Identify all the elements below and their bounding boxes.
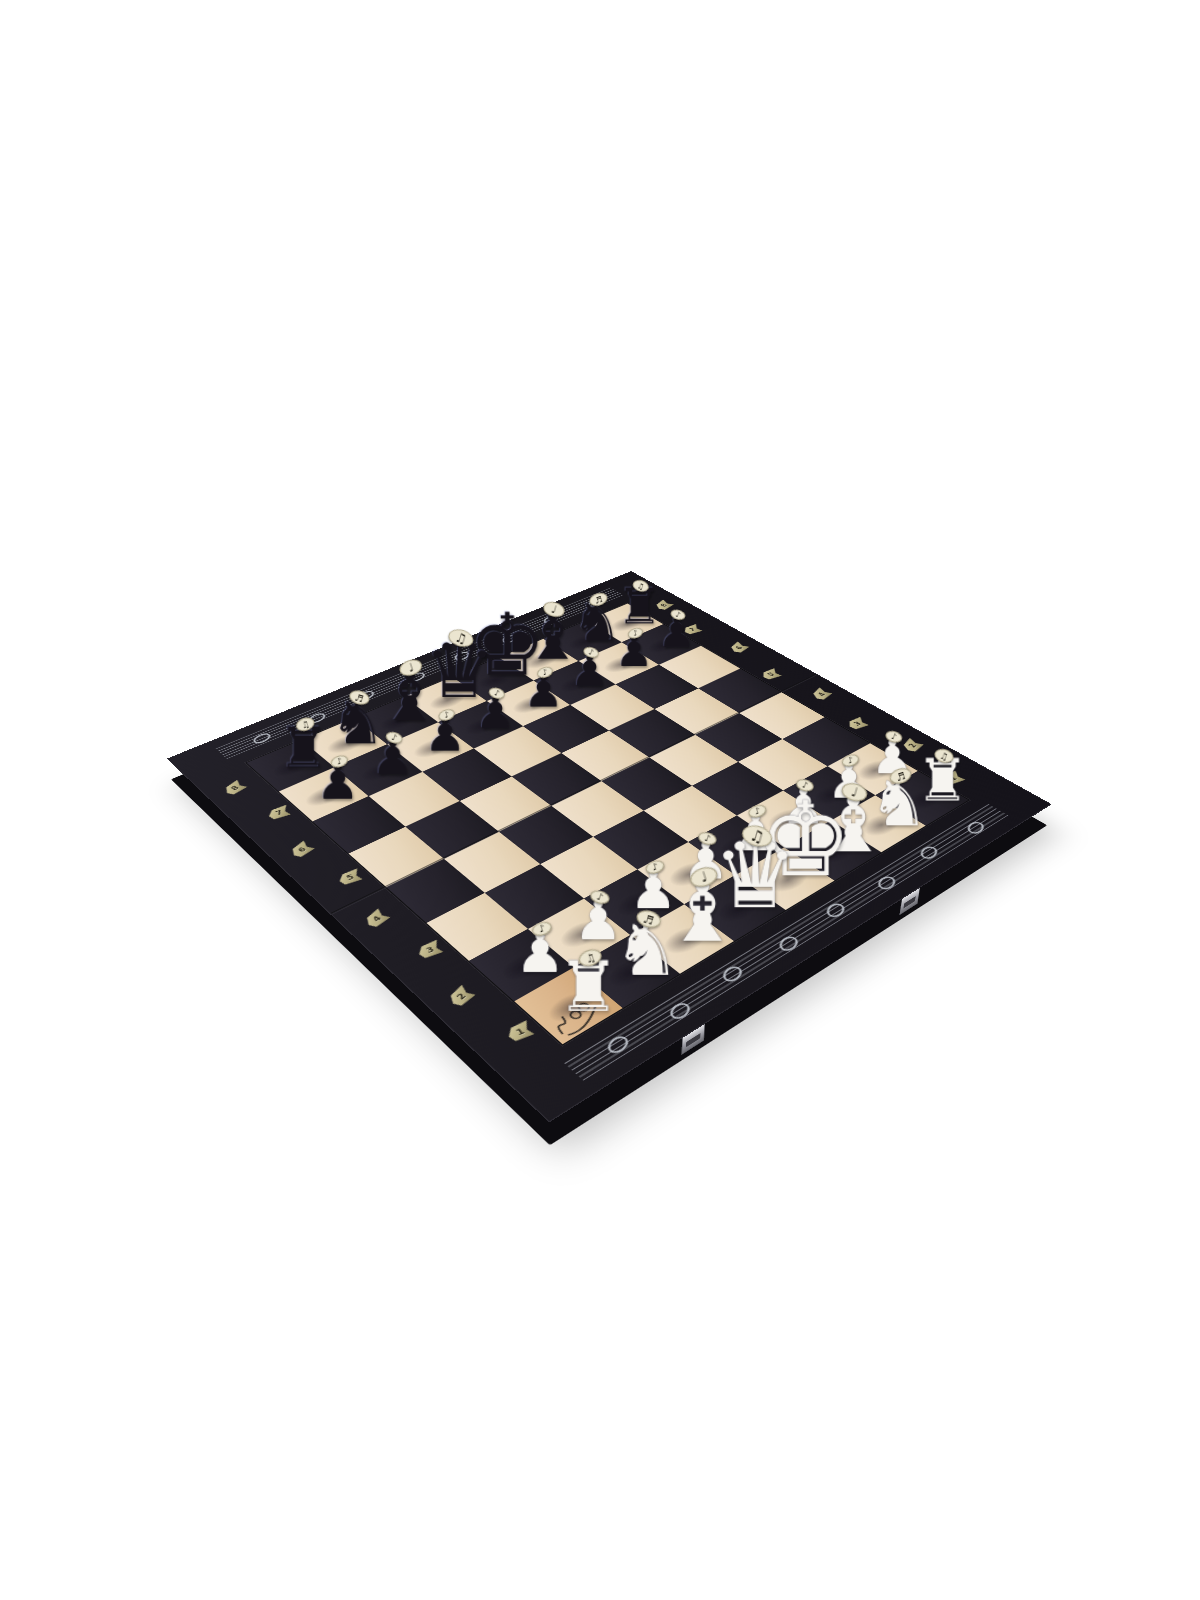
- rank-emblem-left: 8: [221, 780, 249, 796]
- music-note-disc: ♩: [542, 600, 567, 620]
- music-note-disc: ♬: [587, 591, 608, 608]
- file-note-oval-top: [306, 712, 329, 725]
- square-g8[interactable]: ♞♬: [543, 621, 621, 661]
- music-note-disc: ♫: [631, 578, 650, 593]
- square-h6[interactable]: [659, 646, 740, 688]
- square-d7[interactable]: ♟♪: [438, 701, 523, 749]
- rank-emblem-left: 5: [336, 868, 364, 886]
- piece-shadow: [265, 752, 319, 781]
- rank-emblem-left: 3: [415, 940, 445, 960]
- square-e6[interactable]: [523, 705, 609, 753]
- piece-shadow: [407, 734, 459, 762]
- rank-emblem-right: 3: [844, 717, 870, 730]
- square-h8[interactable]: ♜♫: [586, 604, 663, 643]
- piece-glyph: ♟: [570, 649, 609, 692]
- piece-glyph: ♞: [572, 594, 622, 649]
- piece-glyph: ♜: [617, 582, 661, 631]
- piece-shadow: [471, 668, 520, 693]
- square-h5[interactable]: [698, 668, 781, 713]
- piece-glyph: ♝: [379, 662, 441, 731]
- rank-emblem-right: 4: [810, 687, 834, 700]
- square-f5[interactable]: [609, 709, 695, 757]
- square-f6[interactable]: [570, 684, 654, 730]
- square-d6[interactable]: [474, 726, 561, 776]
- square-e7[interactable]: ♟♪: [487, 681, 570, 727]
- rank-emblem-right: 6: [727, 641, 750, 653]
- piece-shadow: [640, 634, 686, 657]
- rank-emblem-right: 7: [681, 624, 704, 635]
- music-staff-top: [216, 588, 624, 759]
- square-d8[interactable]: ♛♫: [404, 677, 487, 722]
- piece-shadow: [604, 613, 649, 635]
- piece-shadow: [517, 649, 565, 673]
- rank-emblem-left: 7: [266, 805, 293, 821]
- music-note-disc: ♪: [582, 645, 600, 659]
- file-note-oval-top: [499, 633, 519, 644]
- file-note-oval-top: [585, 599, 604, 609]
- music-note-disc: ♪: [437, 707, 456, 722]
- square-e5[interactable]: [561, 731, 649, 782]
- square-f8[interactable]: ♝♩: [499, 639, 579, 681]
- square-g4[interactable]: [695, 713, 782, 762]
- file-note-oval-top: [406, 671, 427, 683]
- piece-glyph: ♚: [469, 602, 546, 688]
- rank-emblem-left: 4: [361, 908, 391, 928]
- music-note-disc: ♪: [669, 608, 686, 621]
- file-note-oval-top: [452, 650, 473, 661]
- square-e8[interactable]: ♚: [452, 657, 533, 701]
- music-note-disc: ♫: [294, 715, 316, 733]
- rank-emblem-left: 1: [504, 1020, 537, 1042]
- board-grid: ♜♫♞♬♝♩♛♫♚♝♩♞♬♜♫♟♪♟♪♟♪♟♪♟♪♟♪♟♪♟♪♟♪♟♪♟♪♟♪♟…: [247, 604, 969, 1045]
- piece-glyph: ♟: [615, 630, 653, 672]
- square-g7[interactable]: ♟♪: [579, 642, 659, 684]
- rank-emblem-right: 5: [759, 668, 783, 680]
- rank-emblem-left: 2: [445, 985, 477, 1008]
- piece-shadow: [457, 713, 508, 740]
- file-note-oval-top: [355, 689, 377, 701]
- piece-glyph: ♟: [425, 712, 466, 758]
- square-f4[interactable]: [649, 735, 738, 786]
- piece-glyph: ♟: [658, 612, 695, 653]
- square-g5[interactable]: [654, 688, 739, 734]
- music-note-disc: ♪: [535, 665, 553, 680]
- piece-glyph: ♟: [475, 690, 515, 735]
- rank-emblem-right: 8: [653, 600, 675, 611]
- music-note-disc: ♪: [884, 729, 903, 744]
- piece-shadow: [553, 672, 602, 697]
- rank-emblem-left: 6: [287, 841, 316, 859]
- music-note-disc: ♫: [446, 627, 475, 650]
- piece-glyph: ♝: [524, 604, 582, 669]
- chess-board: ♜♫♞♬♝♩♛♫♚♝♩♞♬♜♫♟♪♟♪♟♪♟♪♟♪♟♪♟♪♟♪♟♪♟♪♟♪♟♪♟…: [167, 571, 1052, 1122]
- music-note-disc: ♬: [347, 688, 370, 707]
- piece-shadow: [506, 692, 556, 718]
- square-h4[interactable]: [739, 692, 824, 739]
- chess-set-photo: ♜♫♞♬♝♩♛♫♚♝♩♞♬♜♫♟♪♟♪♟♪♟♪♟♪♟♪♟♪♟♪♟♪♟♪♟♪♟♪♟…: [286, 467, 914, 1095]
- music-note-disc: ♩: [398, 657, 424, 679]
- piece-shadow: [597, 653, 644, 677]
- piece-shadow: [423, 688, 473, 714]
- piece-shadow: [562, 631, 609, 654]
- piece-glyph: ♟: [524, 669, 564, 713]
- square-h7[interactable]: ♟♪: [622, 624, 701, 665]
- file-note-oval-top: [541, 614, 561, 624]
- square-f7[interactable]: ♟♪: [534, 661, 616, 705]
- piece-glyph: ♛: [424, 631, 494, 709]
- square-g6[interactable]: [616, 665, 699, 709]
- music-note-disc: ♪: [626, 626, 644, 640]
- music-note-disc: ♪: [487, 686, 506, 701]
